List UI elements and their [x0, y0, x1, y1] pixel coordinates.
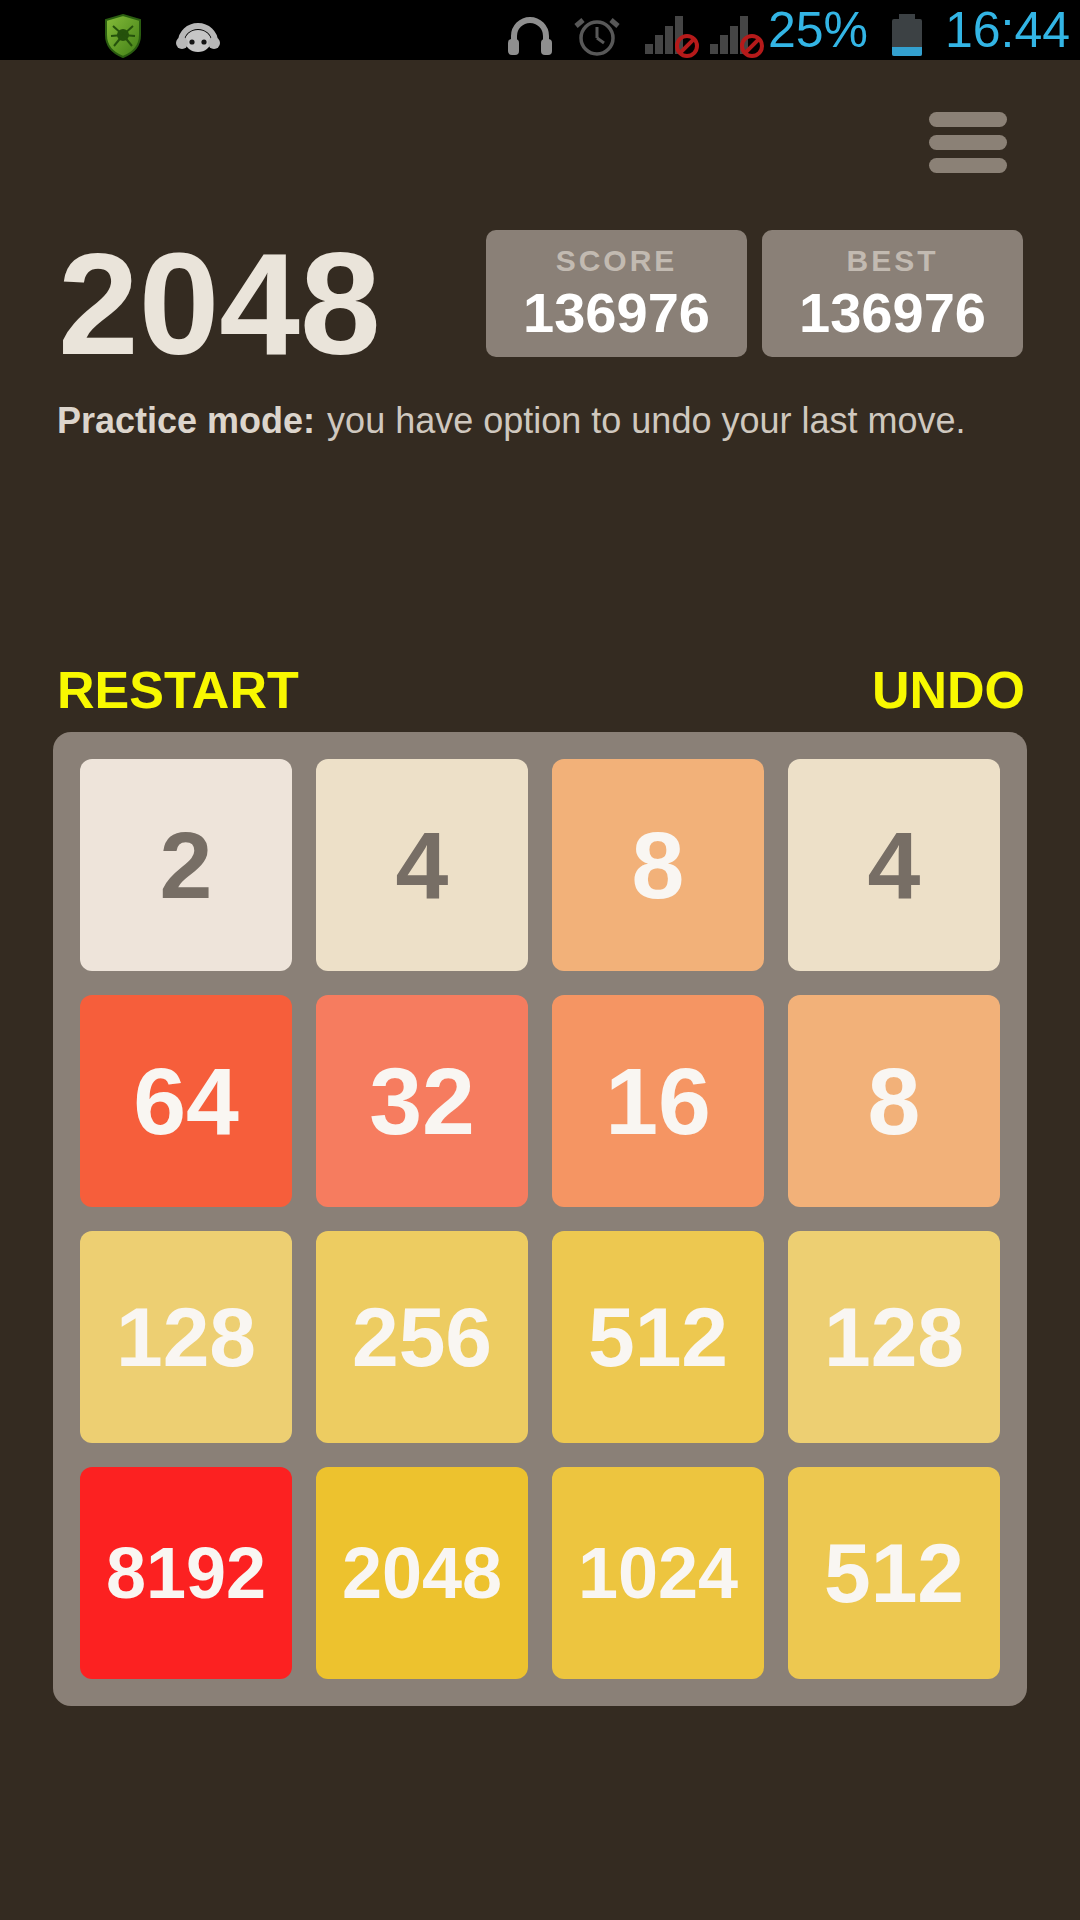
- signal-no-service-icon: [645, 16, 695, 56]
- tile-2048: 2048: [316, 1467, 528, 1679]
- tile-1024: 1024: [552, 1467, 764, 1679]
- tile-4: 4: [316, 759, 528, 971]
- tile-8: 8: [552, 759, 764, 971]
- tile-256: 256: [316, 1231, 528, 1443]
- signal-no-service-icon: [710, 16, 760, 56]
- tile-2: 2: [80, 759, 292, 971]
- page-title: 2048: [58, 232, 381, 377]
- robot-headset-icon: [174, 16, 222, 56]
- tile-128: 128: [788, 1231, 1000, 1443]
- hamburger-menu-icon[interactable]: [929, 112, 1007, 174]
- practice-mode-description: you have option to undo your last move.: [327, 400, 965, 441]
- tile-32: 32: [316, 995, 528, 1207]
- practice-mode-label: Practice mode:: [57, 400, 315, 441]
- tile-16: 16: [552, 995, 764, 1207]
- undo-button[interactable]: UNDO: [872, 662, 1025, 718]
- score-label: SCORE: [486, 244, 747, 278]
- no-service-badge: [740, 34, 764, 58]
- tile-512: 512: [788, 1467, 1000, 1679]
- alarm-clock-icon: [570, 12, 624, 58]
- headphones-icon: [505, 15, 555, 57]
- practice-mode-text: Practice mode:you have option to undo yo…: [57, 399, 966, 443]
- best-label: BEST: [762, 244, 1023, 278]
- best-value: 136976: [762, 280, 1023, 345]
- score-value: 136976: [486, 280, 747, 345]
- tile-64: 64: [80, 995, 292, 1207]
- tile-4: 4: [788, 759, 1000, 971]
- best-box: BEST 136976: [762, 230, 1023, 357]
- score-box: SCORE 136976: [486, 230, 747, 357]
- tile-128: 128: [80, 1231, 292, 1443]
- tile-512: 512: [552, 1231, 764, 1443]
- battery-fill: [892, 47, 922, 56]
- tile-8192: 8192: [80, 1467, 292, 1679]
- battery-icon: [892, 14, 922, 56]
- restart-button[interactable]: RESTART: [57, 662, 299, 718]
- clock-text: 16:44: [945, 0, 1070, 60]
- no-service-badge: [675, 34, 699, 58]
- board-grid[interactable]: 24846432168128256512128819220481024512: [53, 732, 1027, 1706]
- drweb-shield-icon: [103, 14, 143, 58]
- battery-percent-text: 25%: [768, 0, 868, 60]
- status-bar: 25% 16:44: [0, 0, 1080, 60]
- tile-8: 8: [788, 995, 1000, 1207]
